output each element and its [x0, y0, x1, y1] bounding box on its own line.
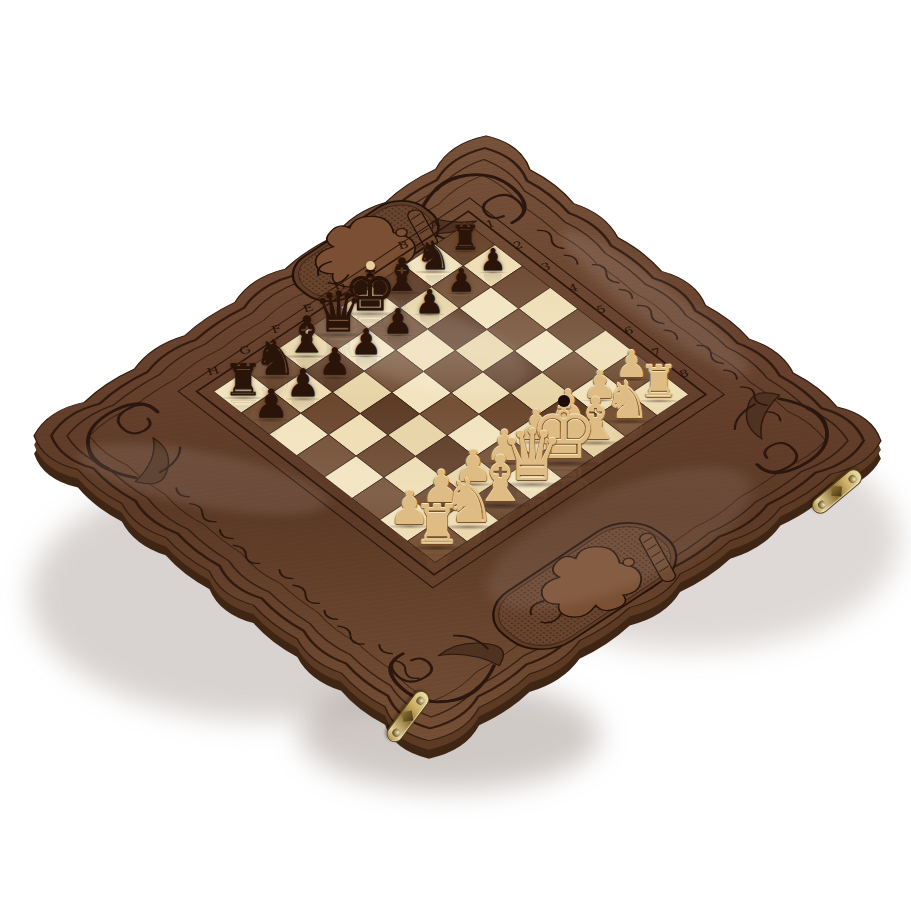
king-finial [366, 261, 375, 270]
piece-white-rook[interactable]: ♜♜ [404, 498, 470, 553]
piece-glyph: ♟ [247, 384, 294, 424]
chess-board-photo: ABCDEFGH12345678 ♜♜♞♞♝♝♛♛♚♚♝♝♞♞♜♜♟♟♟♟♟♟♟… [0, 0, 911, 911]
latch-stud [832, 486, 843, 497]
piece-black-pawn[interactable]: ♟♟ [247, 384, 294, 424]
king-finial [558, 395, 569, 406]
latch-stud [402, 711, 413, 722]
piece-glyph: ♜ [404, 498, 470, 553]
